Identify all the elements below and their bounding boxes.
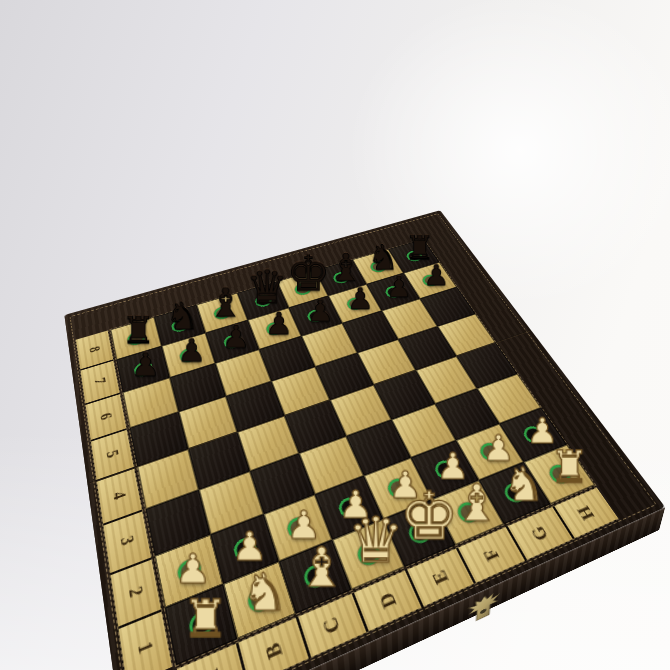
square-a6 [123, 378, 179, 428]
felt-base [338, 291, 372, 316]
felt-base [492, 473, 538, 513]
felt-base [206, 300, 239, 326]
felt-base [276, 507, 320, 550]
felt-base [445, 492, 491, 533]
felt-base [298, 303, 332, 329]
perspective-scene: 87654321 ABCDEFGH ♜♞♝♛♚♝♞♜♟♟♟♟♟♟♟♟♟♟♟♟♟♟… [0, 0, 670, 670]
felt-base [396, 512, 442, 555]
felt-base [215, 328, 249, 356]
felt-base [163, 312, 196, 338]
felt-base [178, 599, 224, 651]
square-e3 [346, 420, 411, 476]
felt-base [120, 325, 153, 352]
square-d4 [285, 400, 347, 453]
felt-base [376, 280, 410, 304]
felt-base [126, 355, 160, 385]
chess-board: 87654321 ABCDEFGH ♜♞♝♛♚♝♞♜♟♟♟♟♟♟♟♟♟♟♟♟♟♟… [64, 210, 665, 670]
photo-scene: 87654321 ABCDEFGH ♜♞♝♛♚♝♞♜♟♟♟♟♟♟♟♟♟♟♟♟♟♟… [0, 0, 670, 670]
felt-base [512, 418, 555, 453]
felt-base [345, 532, 391, 577]
felt-base [423, 451, 467, 489]
square-a7: ♟ [116, 346, 170, 392]
felt-base [376, 469, 420, 508]
felt-base [398, 245, 431, 267]
felt-base [167, 548, 211, 595]
felt-base [413, 269, 447, 292]
felt-base [223, 527, 267, 572]
felt-base [171, 341, 205, 370]
felt-base [325, 266, 358, 289]
felt-base [292, 553, 338, 600]
felt-base [362, 256, 395, 278]
felt-base [537, 455, 583, 493]
felt-base [468, 434, 511, 470]
felt-base [258, 315, 292, 342]
felt-base [236, 576, 282, 626]
felt-base [286, 277, 319, 301]
felt-base [327, 487, 371, 528]
felt-base [247, 289, 280, 314]
square-c5 [226, 381, 285, 432]
